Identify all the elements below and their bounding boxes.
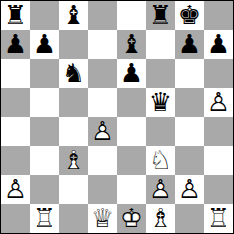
square-e7[interactable]: ♝ <box>117 30 146 59</box>
square-f1[interactable]: ♝♗ <box>146 204 175 233</box>
square-a5[interactable] <box>1 88 30 117</box>
black-bishop[interactable]: ♝ <box>117 30 146 59</box>
square-e3[interactable] <box>117 146 146 175</box>
square-f2[interactable]: ♟♙ <box>146 175 175 204</box>
white-queen[interactable]: ♛♕ <box>88 204 117 233</box>
square-a4[interactable] <box>1 117 30 146</box>
square-h8[interactable] <box>204 1 233 30</box>
square-g3[interactable] <box>175 146 204 175</box>
white-king[interactable]: ♚♔ <box>117 204 146 233</box>
square-f8[interactable]: ♜ <box>146 1 175 30</box>
square-e4[interactable] <box>117 117 146 146</box>
square-c6[interactable]: ♞ <box>59 59 88 88</box>
piece-outline: ♙ <box>88 117 117 146</box>
black-pawn[interactable]: ♟ <box>117 59 146 88</box>
square-f5[interactable]: ♛ <box>146 88 175 117</box>
square-a2[interactable]: ♟♙ <box>1 175 30 204</box>
piece-outline: ♙ <box>146 175 175 204</box>
square-g6[interactable] <box>175 59 204 88</box>
square-c4[interactable] <box>59 117 88 146</box>
square-g8[interactable]: ♚ <box>175 1 204 30</box>
square-b6[interactable] <box>30 59 59 88</box>
white-rook[interactable]: ♜♖ <box>30 204 59 233</box>
black-king[interactable]: ♚ <box>175 1 204 30</box>
square-e1[interactable]: ♚♔ <box>117 204 146 233</box>
black-pawn[interactable]: ♟ <box>30 30 59 59</box>
piece-outline: ♙ <box>1 175 30 204</box>
square-a7[interactable]: ♟ <box>1 30 30 59</box>
square-a1[interactable] <box>1 204 30 233</box>
square-g1[interactable] <box>175 204 204 233</box>
square-h7[interactable]: ♟ <box>204 30 233 59</box>
white-pawn[interactable]: ♟♙ <box>175 175 204 204</box>
black-pawn[interactable]: ♟ <box>204 30 233 59</box>
square-h3[interactable] <box>204 146 233 175</box>
chess-board: ♜♝♜♚♟♟♝♟♟♞♟♛♟♙♟♙♝♗♞♘♟♙♟♙♟♙♜♖♛♕♚♔♝♗♜♖ <box>0 0 234 234</box>
black-pawn[interactable]: ♟ <box>175 30 204 59</box>
square-b4[interactable] <box>30 117 59 146</box>
black-queen[interactable]: ♛ <box>146 88 175 117</box>
square-d7[interactable] <box>88 30 117 59</box>
piece-outline: ♖ <box>30 204 59 233</box>
piece-outline: ♘ <box>146 146 175 175</box>
square-b5[interactable] <box>30 88 59 117</box>
white-pawn[interactable]: ♟♙ <box>204 88 233 117</box>
square-g4[interactable] <box>175 117 204 146</box>
piece-outline: ♔ <box>117 204 146 233</box>
piece-outline: ♙ <box>204 88 233 117</box>
white-knight[interactable]: ♞♘ <box>146 146 175 175</box>
black-knight[interactable]: ♞ <box>59 59 88 88</box>
piece-outline: ♕ <box>88 204 117 233</box>
square-g5[interactable] <box>175 88 204 117</box>
square-d2[interactable] <box>88 175 117 204</box>
square-b3[interactable] <box>30 146 59 175</box>
square-f7[interactable] <box>146 30 175 59</box>
square-b7[interactable]: ♟ <box>30 30 59 59</box>
square-h1[interactable]: ♜♖ <box>204 204 233 233</box>
black-pawn[interactable]: ♟ <box>1 30 30 59</box>
square-h2[interactable] <box>204 175 233 204</box>
black-rook[interactable]: ♜ <box>1 1 30 30</box>
square-b8[interactable] <box>30 1 59 30</box>
white-pawn[interactable]: ♟♙ <box>1 175 30 204</box>
black-rook[interactable]: ♜ <box>146 1 175 30</box>
piece-outline: ♙ <box>175 175 204 204</box>
square-a8[interactable]: ♜ <box>1 1 30 30</box>
white-pawn[interactable]: ♟♙ <box>146 175 175 204</box>
piece-outline: ♗ <box>146 204 175 233</box>
square-b2[interactable] <box>30 175 59 204</box>
white-bishop[interactable]: ♝♗ <box>146 204 175 233</box>
square-c2[interactable] <box>59 175 88 204</box>
square-f4[interactable] <box>146 117 175 146</box>
square-a3[interactable] <box>1 146 30 175</box>
white-rook[interactable]: ♜♖ <box>204 204 233 233</box>
square-d1[interactable]: ♛♕ <box>88 204 117 233</box>
piece-outline: ♖ <box>204 204 233 233</box>
square-c8[interactable]: ♝ <box>59 1 88 30</box>
square-d5[interactable] <box>88 88 117 117</box>
square-c7[interactable] <box>59 30 88 59</box>
square-c1[interactable] <box>59 204 88 233</box>
square-e2[interactable] <box>117 175 146 204</box>
square-c5[interactable] <box>59 88 88 117</box>
square-h4[interactable] <box>204 117 233 146</box>
square-h5[interactable]: ♟♙ <box>204 88 233 117</box>
square-h6[interactable] <box>204 59 233 88</box>
square-d6[interactable] <box>88 59 117 88</box>
square-f6[interactable] <box>146 59 175 88</box>
square-e8[interactable] <box>117 1 146 30</box>
piece-outline: ♗ <box>59 146 88 175</box>
square-d4[interactable]: ♟♙ <box>88 117 117 146</box>
square-e6[interactable]: ♟ <box>117 59 146 88</box>
white-bishop[interactable]: ♝♗ <box>59 146 88 175</box>
square-a6[interactable] <box>1 59 30 88</box>
square-c3[interactable]: ♝♗ <box>59 146 88 175</box>
white-pawn[interactable]: ♟♙ <box>88 117 117 146</box>
square-f3[interactable]: ♞♘ <box>146 146 175 175</box>
square-e5[interactable] <box>117 88 146 117</box>
black-bishop[interactable]: ♝ <box>59 1 88 30</box>
square-d3[interactable] <box>88 146 117 175</box>
square-b1[interactable]: ♜♖ <box>30 204 59 233</box>
square-d8[interactable] <box>88 1 117 30</box>
square-g7[interactable]: ♟ <box>175 30 204 59</box>
square-g2[interactable]: ♟♙ <box>175 175 204 204</box>
